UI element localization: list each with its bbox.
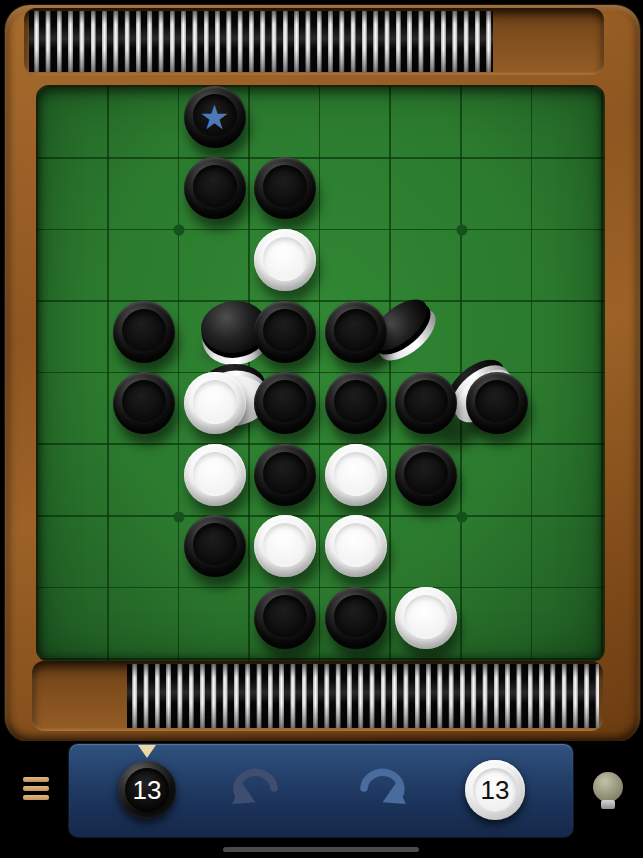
disc-g5-black	[466, 372, 528, 434]
board-star-point	[456, 511, 467, 522]
undo-curved-arrow-icon	[229, 772, 274, 813]
bottom-disc-tray	[32, 661, 603, 731]
menu-button[interactable]	[23, 777, 49, 800]
disc-d3-white	[254, 229, 316, 291]
disc-b4-black	[113, 301, 175, 363]
disc-d6-black	[254, 444, 316, 506]
bottom-tray-discs	[127, 664, 599, 728]
disc-d8-black	[254, 587, 316, 649]
disc-c5-white	[184, 372, 246, 434]
white-score-chip: 13	[465, 760, 525, 820]
home-indicator[interactable]	[223, 847, 419, 852]
disc-c1-black: ★	[184, 86, 246, 148]
turn-pointer-triangle-icon	[138, 745, 156, 758]
othello-app-screen: ★ 13	[0, 0, 643, 858]
disc-f5-black	[395, 372, 457, 434]
disc-c6-white	[184, 444, 246, 506]
top-tray-discs	[29, 11, 493, 72]
disc-e7-white	[325, 515, 387, 577]
disc-f6-black	[395, 444, 457, 506]
disc-d2-black	[254, 157, 316, 219]
black-score-chip: 13	[118, 761, 176, 819]
board-star-point	[456, 225, 467, 236]
disc-d7-white	[254, 515, 316, 577]
undo-button[interactable]	[229, 766, 281, 818]
disc-e5-black	[325, 372, 387, 434]
black-score-value: 13	[133, 775, 162, 806]
lightbulb-base	[601, 800, 615, 809]
board-star-point	[174, 225, 185, 236]
top-disc-tray	[24, 8, 604, 75]
disc-c2-black	[184, 157, 246, 219]
redo-button[interactable]	[357, 766, 409, 818]
hint-lightbulb-icon[interactable]	[593, 772, 623, 802]
disc-e6-white	[325, 444, 387, 506]
score-toolbar: 13 13	[68, 743, 574, 838]
hamburger-icon	[23, 777, 49, 782]
control-bar: 13 13	[0, 741, 643, 858]
disc-b5-black	[113, 372, 175, 434]
disc-d5-black	[254, 372, 316, 434]
disc-e8-black	[325, 587, 387, 649]
white-score-value: 13	[481, 775, 510, 806]
last-move-star-icon: ★	[184, 86, 246, 148]
redo-curved-arrow-icon	[364, 772, 409, 813]
disc-c7-black	[184, 515, 246, 577]
othello-board[interactable]: ★	[36, 85, 605, 662]
board-star-point	[174, 511, 185, 522]
disc-d4-black	[254, 301, 316, 363]
disc-f8-white	[395, 587, 457, 649]
disc-e4-black	[325, 301, 387, 363]
